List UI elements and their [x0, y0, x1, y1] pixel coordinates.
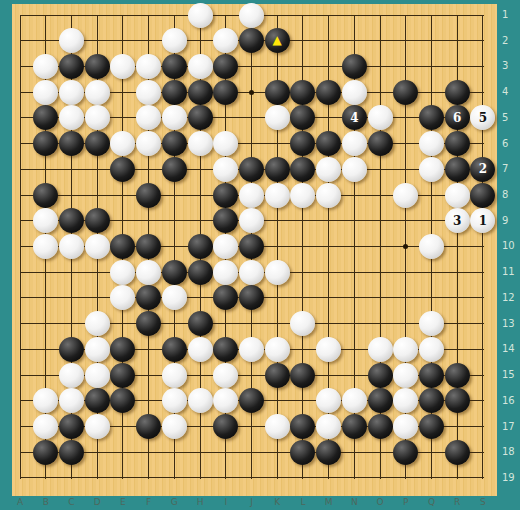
- black-stone-I8[interactable]: [213, 183, 238, 208]
- white-stone-F5[interactable]: [136, 105, 161, 130]
- black-stone-H4[interactable]: [188, 80, 213, 105]
- black-stone-J2[interactable]: [239, 28, 264, 53]
- white-stone-R8[interactable]: [445, 183, 470, 208]
- column-label-Q: Q: [424, 497, 440, 507]
- black-stone-K7[interactable]: [265, 157, 290, 182]
- black-stone-R5[interactable]: 6: [445, 105, 470, 130]
- row-label-10: 10: [502, 240, 520, 251]
- black-stone-G4[interactable]: [162, 80, 187, 105]
- black-stone-M4[interactable]: [316, 80, 341, 105]
- white-stone-B4[interactable]: [33, 80, 58, 105]
- white-stone-I16[interactable]: [213, 388, 238, 413]
- white-stone-C2[interactable]: [59, 28, 84, 53]
- white-stone-D5[interactable]: [85, 105, 110, 130]
- star-point-P10: [403, 244, 408, 249]
- row-label-9: 9: [502, 215, 520, 226]
- white-stone-J8[interactable]: [239, 183, 264, 208]
- black-stone-Q15[interactable]: [419, 363, 444, 388]
- black-stone-B18[interactable]: [33, 440, 58, 465]
- white-stone-P17[interactable]: [393, 414, 418, 439]
- white-stone-G15[interactable]: [162, 363, 187, 388]
- column-label-M: M: [321, 497, 337, 507]
- white-stone-J11[interactable]: [239, 260, 264, 285]
- move-number-2: 2: [479, 163, 487, 175]
- white-stone-B9[interactable]: [33, 208, 58, 233]
- row-label-18: 18: [502, 446, 520, 457]
- column-label-P: P: [398, 497, 414, 507]
- row-label-12: 12: [502, 292, 520, 303]
- white-stone-D17[interactable]: [85, 414, 110, 439]
- white-stone-F4[interactable]: [136, 80, 161, 105]
- column-label-E: E: [115, 497, 131, 507]
- grid-vline-A: [20, 15, 21, 479]
- black-stone-N5[interactable]: 4: [342, 105, 367, 130]
- black-stone-D9[interactable]: [85, 208, 110, 233]
- white-stone-D14[interactable]: [85, 337, 110, 362]
- black-stone-H11[interactable]: [188, 260, 213, 285]
- white-stone-E3[interactable]: [110, 54, 135, 79]
- black-stone-I12[interactable]: [213, 285, 238, 310]
- white-stone-O5[interactable]: [368, 105, 393, 130]
- move-number-5: 5: [479, 112, 487, 124]
- white-stone-D4[interactable]: [85, 80, 110, 105]
- white-stone-N7[interactable]: [342, 157, 367, 182]
- black-stone-C14[interactable]: [59, 337, 84, 362]
- white-stone-I2[interactable]: [213, 28, 238, 53]
- white-stone-E11[interactable]: [110, 260, 135, 285]
- grid-vline-S: [482, 15, 483, 479]
- black-stone-F12[interactable]: [136, 285, 161, 310]
- white-stone-B17[interactable]: [33, 414, 58, 439]
- triangle-mark-icon: ▲: [273, 34, 282, 46]
- black-stone-E7[interactable]: [110, 157, 135, 182]
- white-stone-C15[interactable]: [59, 363, 84, 388]
- black-stone-C3[interactable]: [59, 54, 84, 79]
- white-stone-J1[interactable]: [239, 3, 264, 28]
- row-label-11: 11: [502, 266, 520, 277]
- row-label-4: 4: [502, 86, 520, 97]
- white-stone-C16[interactable]: [59, 388, 84, 413]
- black-stone-K4[interactable]: [265, 80, 290, 105]
- white-stone-K17[interactable]: [265, 414, 290, 439]
- black-stone-D3[interactable]: [85, 54, 110, 79]
- black-stone-E15[interactable]: [110, 363, 135, 388]
- row-label-3: 3: [502, 60, 520, 71]
- white-stone-D15[interactable]: [85, 363, 110, 388]
- black-stone-B6[interactable]: [33, 131, 58, 156]
- column-label-H: H: [192, 497, 208, 507]
- white-stone-M17[interactable]: [316, 414, 341, 439]
- row-label-14: 14: [502, 343, 520, 354]
- white-stone-E12[interactable]: [110, 285, 135, 310]
- black-stone-Q16[interactable]: [419, 388, 444, 413]
- row-label-16: 16: [502, 395, 520, 406]
- white-stone-C5[interactable]: [59, 105, 84, 130]
- black-stone-D6[interactable]: [85, 131, 110, 156]
- black-stone-F13[interactable]: [136, 311, 161, 336]
- white-stone-M7[interactable]: [316, 157, 341, 182]
- white-stone-I15[interactable]: [213, 363, 238, 388]
- black-stone-M6[interactable]: [316, 131, 341, 156]
- white-stone-K11[interactable]: [265, 260, 290, 285]
- black-stone-O15[interactable]: [368, 363, 393, 388]
- white-stone-O14[interactable]: [368, 337, 393, 362]
- white-stone-C4[interactable]: [59, 80, 84, 105]
- grid-hline-19: [20, 477, 484, 478]
- white-stone-N4[interactable]: [342, 80, 367, 105]
- black-stone-I14[interactable]: [213, 337, 238, 362]
- black-stone-J12[interactable]: [239, 285, 264, 310]
- black-stone-R4[interactable]: [445, 80, 470, 105]
- black-stone-B8[interactable]: [33, 183, 58, 208]
- column-label-J: J: [243, 497, 259, 507]
- white-stone-I10[interactable]: [213, 234, 238, 259]
- white-stone-C10[interactable]: [59, 234, 84, 259]
- row-label-6: 6: [502, 138, 520, 149]
- black-stone-H10[interactable]: [188, 234, 213, 259]
- black-stone-I4[interactable]: [213, 80, 238, 105]
- white-stone-M8[interactable]: [316, 183, 341, 208]
- white-stone-D10[interactable]: [85, 234, 110, 259]
- white-stone-S5[interactable]: 5: [470, 105, 495, 130]
- white-stone-I11[interactable]: [213, 260, 238, 285]
- black-stone-L4[interactable]: [290, 80, 315, 105]
- white-stone-Q10[interactable]: [419, 234, 444, 259]
- white-stone-F11[interactable]: [136, 260, 161, 285]
- row-label-15: 15: [502, 369, 520, 380]
- black-stone-O17[interactable]: [368, 414, 393, 439]
- black-stone-G7[interactable]: [162, 157, 187, 182]
- black-stone-H5[interactable]: [188, 105, 213, 130]
- white-stone-B16[interactable]: [33, 388, 58, 413]
- black-stone-P18[interactable]: [393, 440, 418, 465]
- black-stone-E14[interactable]: [110, 337, 135, 362]
- black-stone-N3[interactable]: [342, 54, 367, 79]
- column-label-N: N: [346, 497, 362, 507]
- white-stone-H6[interactable]: [188, 131, 213, 156]
- black-stone-G14[interactable]: [162, 337, 187, 362]
- black-stone-R7[interactable]: [445, 157, 470, 182]
- black-stone-R15[interactable]: [445, 363, 470, 388]
- column-label-G: G: [166, 497, 182, 507]
- white-stone-M14[interactable]: [316, 337, 341, 362]
- white-stone-J9[interactable]: [239, 208, 264, 233]
- white-stone-L13[interactable]: [290, 311, 315, 336]
- white-stone-P16[interactable]: [393, 388, 418, 413]
- row-label-19: 19: [502, 472, 520, 483]
- column-label-O: O: [372, 497, 388, 507]
- black-stone-N17[interactable]: [342, 414, 367, 439]
- column-label-R: R: [449, 497, 465, 507]
- black-stone-E16[interactable]: [110, 388, 135, 413]
- white-stone-S9[interactable]: 1: [470, 208, 495, 233]
- white-stone-G17[interactable]: [162, 414, 187, 439]
- black-stone-O6[interactable]: [368, 131, 393, 156]
- black-stone-C18[interactable]: [59, 440, 84, 465]
- black-stone-F10[interactable]: [136, 234, 161, 259]
- column-label-K: K: [269, 497, 285, 507]
- black-stone-E10[interactable]: [110, 234, 135, 259]
- black-stone-S7[interactable]: 2: [470, 157, 495, 182]
- black-stone-G3[interactable]: [162, 54, 187, 79]
- move-number-1: 1: [479, 215, 487, 227]
- black-stone-J7[interactable]: [239, 157, 264, 182]
- white-stone-N6[interactable]: [342, 131, 367, 156]
- black-stone-L15[interactable]: [290, 363, 315, 388]
- black-stone-S8[interactable]: [470, 183, 495, 208]
- row-label-13: 13: [502, 318, 520, 329]
- row-label-7: 7: [502, 163, 520, 174]
- column-label-F: F: [141, 497, 157, 507]
- black-stone-B5[interactable]: [33, 105, 58, 130]
- black-stone-G11[interactable]: [162, 260, 187, 285]
- column-label-A: A: [12, 497, 28, 507]
- star-point-J4: [249, 90, 254, 95]
- black-stone-J16[interactable]: [239, 388, 264, 413]
- white-stone-F3[interactable]: [136, 54, 161, 79]
- white-stone-P14[interactable]: [393, 337, 418, 362]
- black-stone-P4[interactable]: [393, 80, 418, 105]
- black-stone-M18[interactable]: [316, 440, 341, 465]
- white-stone-H3[interactable]: [188, 54, 213, 79]
- white-stone-Q14[interactable]: [419, 337, 444, 362]
- column-label-I: I: [218, 497, 234, 507]
- white-stone-K8[interactable]: [265, 183, 290, 208]
- black-stone-F17[interactable]: [136, 414, 161, 439]
- white-stone-J14[interactable]: [239, 337, 264, 362]
- move-number-4: 4: [350, 112, 358, 124]
- row-label-17: 17: [502, 421, 520, 432]
- white-stone-G5[interactable]: [162, 105, 187, 130]
- black-stone-L18[interactable]: [290, 440, 315, 465]
- column-label-L: L: [295, 497, 311, 507]
- black-stone-I17[interactable]: [213, 414, 238, 439]
- column-label-C: C: [63, 497, 79, 507]
- black-stone-H13[interactable]: [188, 311, 213, 336]
- white-stone-K14[interactable]: [265, 337, 290, 362]
- board-overlay: ▲465231ABCDEFGHIJKLMNOPQRS12345678910111…: [0, 0, 520, 510]
- row-label-5: 5: [502, 112, 520, 123]
- white-stone-K5[interactable]: [265, 105, 290, 130]
- black-stone-G6[interactable]: [162, 131, 187, 156]
- black-stone-R6[interactable]: [445, 131, 470, 156]
- white-stone-H14[interactable]: [188, 337, 213, 362]
- black-stone-Q17[interactable]: [419, 414, 444, 439]
- white-stone-H1[interactable]: [188, 3, 213, 28]
- black-stone-C6[interactable]: [59, 131, 84, 156]
- black-stone-L7[interactable]: [290, 157, 315, 182]
- black-stone-Q5[interactable]: [419, 105, 444, 130]
- black-stone-L6[interactable]: [290, 131, 315, 156]
- white-stone-R9[interactable]: 3: [445, 208, 470, 233]
- white-stone-I7[interactable]: [213, 157, 238, 182]
- black-stone-O16[interactable]: [368, 388, 393, 413]
- white-stone-Q13[interactable]: [419, 311, 444, 336]
- black-stone-R16[interactable]: [445, 388, 470, 413]
- white-stone-G2[interactable]: [162, 28, 187, 53]
- move-number-3: 3: [453, 215, 461, 227]
- black-stone-K2[interactable]: ▲: [265, 28, 290, 53]
- white-stone-L8[interactable]: [290, 183, 315, 208]
- row-label-1: 1: [502, 9, 520, 20]
- white-stone-P15[interactable]: [393, 363, 418, 388]
- white-stone-D13[interactable]: [85, 311, 110, 336]
- white-stone-I6[interactable]: [213, 131, 238, 156]
- black-stone-L17[interactable]: [290, 414, 315, 439]
- white-stone-B10[interactable]: [33, 234, 58, 259]
- row-label-2: 2: [502, 35, 520, 46]
- white-stone-B3[interactable]: [33, 54, 58, 79]
- white-stone-G16[interactable]: [162, 388, 187, 413]
- white-stone-F6[interactable]: [136, 131, 161, 156]
- column-label-D: D: [89, 497, 105, 507]
- row-label-8: 8: [502, 189, 520, 200]
- black-stone-C9[interactable]: [59, 208, 84, 233]
- black-stone-C17[interactable]: [59, 414, 84, 439]
- black-stone-F8[interactable]: [136, 183, 161, 208]
- black-stone-J10[interactable]: [239, 234, 264, 259]
- go-diagram: ▲465231ABCDEFGHIJKLMNOPQRS12345678910111…: [0, 0, 520, 510]
- white-stone-G12[interactable]: [162, 285, 187, 310]
- white-stone-Q7[interactable]: [419, 157, 444, 182]
- column-label-B: B: [38, 497, 54, 507]
- white-stone-P8[interactable]: [393, 183, 418, 208]
- white-stone-N16[interactable]: [342, 388, 367, 413]
- white-stone-E6[interactable]: [110, 131, 135, 156]
- move-number-6: 6: [453, 112, 461, 124]
- black-stone-I9[interactable]: [213, 208, 238, 233]
- white-stone-M16[interactable]: [316, 388, 341, 413]
- black-stone-R18[interactable]: [445, 440, 470, 465]
- black-stone-I3[interactable]: [213, 54, 238, 79]
- black-stone-L5[interactable]: [290, 105, 315, 130]
- white-stone-Q6[interactable]: [419, 131, 444, 156]
- column-label-S: S: [475, 497, 491, 507]
- black-stone-D16[interactable]: [85, 388, 110, 413]
- black-stone-K15[interactable]: [265, 363, 290, 388]
- white-stone-H16[interactable]: [188, 388, 213, 413]
